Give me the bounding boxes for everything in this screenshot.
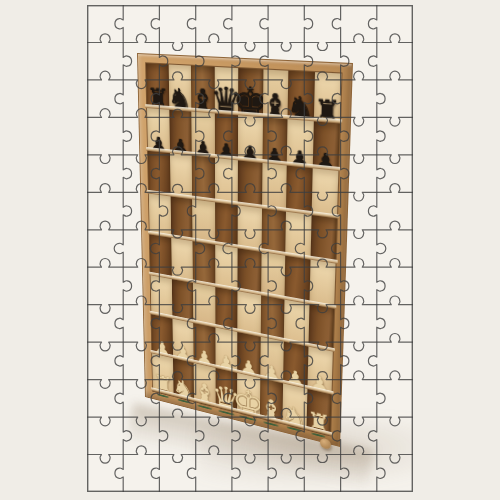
board-squares: ♜♞♝♛♚♝♞♜♟♟♟♟♟♟♟♟♟♟♟♟♟♟♟♟♜♞♝♛♚♝♞♜ [146, 63, 341, 435]
square-e7: ♟ [238, 115, 263, 163]
square-c6 [192, 156, 215, 202]
square-h7: ♟ [312, 121, 340, 171]
square-c7: ♟ [191, 111, 214, 158]
square-h6 [311, 168, 338, 218]
square-a6 [148, 151, 170, 196]
square-d6 [215, 158, 238, 205]
square-h8: ♜ [313, 72, 341, 123]
square-b7: ♟ [169, 109, 192, 155]
square-f6 [262, 163, 287, 211]
chess-board-perspective: ♜♞♝♛♚♝♞♜♟♟♟♟♟♟♟♟♟♟♟♟♟♟♟♟♜♞♝♛♚♝♞♜ [137, 53, 353, 447]
square-g6 [286, 166, 312, 215]
square-g8: ♞ [288, 71, 315, 121]
square-a8: ♜ [146, 63, 169, 109]
square-f7: ♟ [262, 117, 288, 166]
square-d7: ♟ [214, 113, 238, 160]
square-b6 [170, 153, 193, 199]
square-f8: ♝ [262, 69, 288, 118]
chess-board: ♜♞♝♛♚♝♞♜♟♟♟♟♟♟♟♟♟♟♟♟♟♟♟♟♜♞♝♛♚♝♞♜ [137, 53, 353, 447]
chess-photo: ♜♞♝♛♚♝♞♜♟♟♟♟♟♟♟♟♟♟♟♟♟♟♟♟♜♞♝♛♚♝♞♜ [87, 5, 413, 492]
square-e6 [238, 160, 262, 208]
jigsaw-puzzle: ♜♞♝♛♚♝♞♜♟♟♟♟♟♟♟♟♟♟♟♟♟♟♟♟♜♞♝♛♚♝♞♜ [87, 5, 413, 492]
puzzle-product-image: ♜♞♝♛♚♝♞♜♟♟♟♟♟♟♟♟♟♟♟♟♟♟♟♟♜♞♝♛♚♝♞♜ [0, 0, 500, 500]
square-a7: ♟ [147, 108, 170, 154]
square-g7: ♟ [287, 119, 314, 169]
